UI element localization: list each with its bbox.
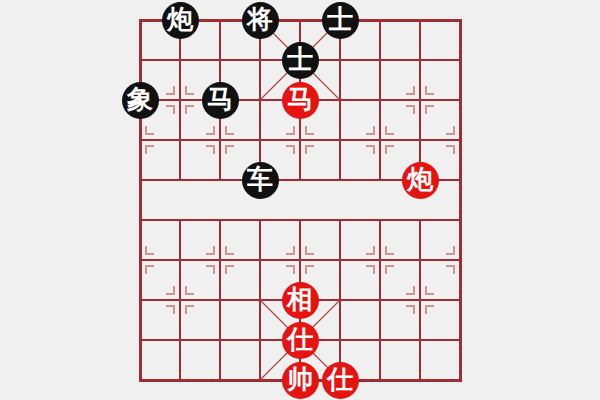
piece-black-elephant[interactable]: 象 — [122, 82, 159, 119]
piece-red-advisor[interactable]: 仕 — [322, 362, 359, 399]
piece-red-general[interactable]: 帅 — [282, 362, 319, 399]
piece-black-advisor[interactable]: 士 — [282, 42, 319, 79]
xiangqi-board: 炮将士士象马马车炮相仕帅仕 — [0, 0, 600, 400]
piece-red-cannon[interactable]: 炮 — [402, 162, 439, 199]
piece-black-general[interactable]: 将 — [242, 2, 279, 39]
piece-red-elephant[interactable]: 相 — [282, 282, 319, 319]
piece-red-advisor[interactable]: 仕 — [282, 322, 319, 359]
piece-black-advisor[interactable]: 士 — [322, 2, 359, 39]
piece-black-cannon[interactable]: 炮 — [162, 2, 199, 39]
piece-red-horse[interactable]: 马 — [282, 82, 319, 119]
piece-black-chariot[interactable]: 车 — [242, 162, 279, 199]
piece-black-horse[interactable]: 马 — [202, 82, 239, 119]
pieces-layer: 炮将士士象马马车炮相仕帅仕 — [120, 0, 480, 400]
